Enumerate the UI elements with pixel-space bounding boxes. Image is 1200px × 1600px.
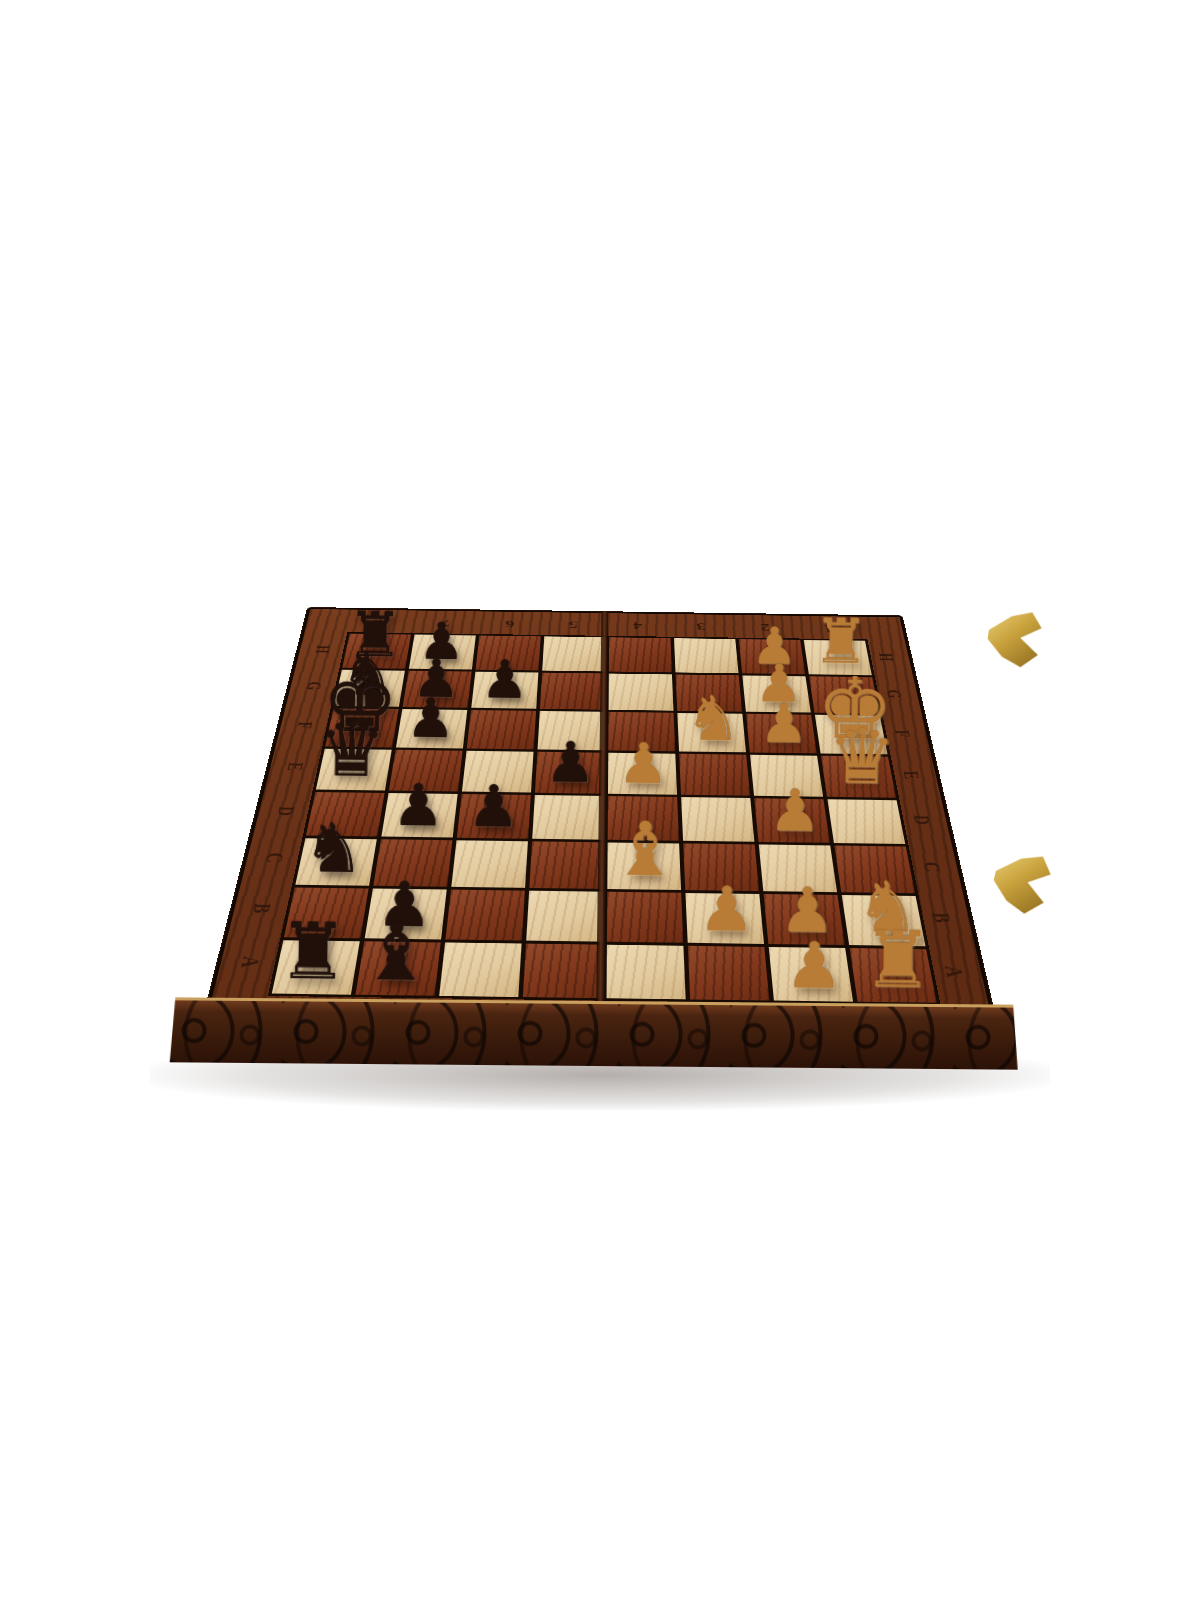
square-d4: [608, 796, 679, 841]
square-h8: ♜: [342, 634, 411, 669]
square-c8: ♞: [295, 838, 376, 886]
square-g2: ♟: [742, 675, 810, 712]
square-d8: [306, 792, 385, 837]
coordinate-label: G: [882, 690, 907, 699]
square-g8: ♞: [334, 670, 405, 707]
square-h4: [609, 637, 672, 672]
square-a4: [607, 945, 686, 1000]
coordinate-label: H: [310, 645, 335, 654]
square-e8: ♛: [316, 749, 392, 791]
coordinate-label: C: [259, 853, 288, 864]
square-f8: ♚: [325, 708, 398, 747]
square-b2: ♟: [764, 894, 845, 945]
square-e5: ♟: [535, 752, 604, 794]
square-a6: [439, 942, 521, 997]
square-b8: [284, 887, 369, 938]
square-h3: [674, 638, 739, 673]
coordinate-label: D: [271, 806, 299, 817]
square-b5: [526, 891, 603, 942]
square-h6: [476, 635, 541, 670]
square-f5: [538, 711, 605, 750]
square-c3: [683, 843, 759, 891]
coordinate-label: 4: [632, 619, 642, 631]
coordinate-label: C: [917, 862, 946, 873]
square-h5: [542, 636, 605, 671]
square-d1: [827, 799, 905, 844]
square-g5: [540, 673, 605, 710]
square-e2: [750, 755, 823, 797]
square-c2: [759, 844, 837, 892]
square-e3: [679, 754, 750, 796]
square-d5: [532, 795, 604, 840]
square-b3: ♟: [685, 893, 764, 944]
coordinate-label: 1: [822, 622, 834, 634]
square-h1: ♜: [804, 640, 872, 675]
square-a7: ♝: [355, 941, 440, 996]
square-g6: ♟: [471, 672, 538, 709]
coordinate-label: A: [234, 956, 265, 969]
coordinate-label: 7: [439, 617, 451, 629]
square-a2: ♟: [769, 947, 853, 1002]
coordinate-label: 8: [375, 616, 387, 628]
square-c1: [834, 846, 915, 894]
product-photo-canvas: 87654321 87654321 HGFEDCBA HGFEDCBA ♜♟♟♜…: [0, 0, 1200, 1600]
square-e4: ♟: [608, 753, 677, 795]
coordinate-label: B: [247, 903, 277, 914]
square-f7: ♟: [396, 709, 467, 748]
square-g3: [676, 674, 743, 711]
square-b4: [607, 892, 683, 943]
square-b7: ♟: [365, 889, 447, 940]
coordinate-label: 6: [504, 618, 515, 630]
chess-board: 87654321 87654321 HGFEDCBA HGFEDCBA ♜♟♟♜…: [200, 608, 1001, 1044]
square-f6: [467, 710, 536, 749]
square-a8: ♜: [272, 940, 360, 995]
square-b6: [445, 890, 524, 941]
square-d2: ♟: [754, 798, 830, 843]
square-e7: [389, 750, 463, 792]
black-pawn-d6: ♟: [467, 777, 520, 835]
white-pawn-d2: ♟: [768, 782, 821, 840]
coordinate-label: 2: [759, 621, 771, 633]
square-g4: [609, 674, 674, 711]
coordinate-label: A: [938, 966, 969, 979]
coordinate-label: E: [898, 771, 925, 780]
square-d3: [681, 797, 754, 842]
coordinate-label: F: [292, 721, 318, 729]
square-d6: ♟: [457, 794, 531, 839]
coordinate-label: 5: [568, 618, 579, 630]
square-f1: ♚: [815, 715, 888, 755]
square-a3: [688, 946, 770, 1001]
square-d7: ♟: [381, 793, 457, 838]
square-b1: ♞: [842, 895, 926, 946]
black-pawn-d7: ♟: [392, 776, 445, 834]
coordinate-label: D: [907, 815, 935, 826]
box-front-face-carved: [170, 997, 1019, 1069]
square-f3: ♞: [677, 713, 746, 752]
square-h7: ♟: [409, 635, 476, 670]
square-c7: [373, 839, 452, 887]
square-a1: ♜: [850, 948, 937, 1003]
coordinate-label: G: [301, 682, 326, 691]
square-f4: [608, 712, 675, 751]
coordinate-label: F: [890, 730, 916, 738]
square-c5: [529, 841, 603, 889]
coordinate-label: B: [927, 912, 956, 923]
coordinate-label: 3: [695, 620, 706, 632]
coordinate-label: E: [282, 762, 309, 771]
square-g1: [809, 676, 879, 713]
square-e1: ♛: [821, 756, 896, 798]
square-h2: ♟: [739, 639, 805, 674]
coordinate-label: H: [874, 653, 898, 662]
square-e6: [462, 751, 534, 793]
square-c6: [451, 840, 528, 888]
square-g7: ♟: [403, 671, 472, 708]
square-a5: [523, 944, 603, 999]
square-c4: ♝: [607, 842, 681, 890]
square-f2: ♟: [746, 714, 817, 753]
